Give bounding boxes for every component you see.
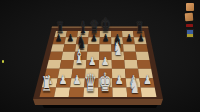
piece-white-bishop-c4[interactable]: ♝: [73, 48, 86, 68]
piece-white-pawn-f2[interactable]: ♟: [114, 74, 125, 86]
square-h1[interactable]: [141, 88, 157, 98]
piece-white-king-e1[interactable]: ♚: [97, 70, 113, 95]
square-h4[interactable]: [137, 60, 151, 69]
left-edge-dot: [2, 60, 4, 63]
square-a4[interactable]: [47, 60, 62, 69]
piece-white-pawn-c2[interactable]: ♟: [72, 74, 83, 86]
piece-white-knight-f5[interactable]: ♞: [112, 40, 124, 59]
square-h6[interactable]: [135, 44, 148, 52]
square-f1[interactable]: [112, 88, 127, 98]
panel-button-bottom-icon[interactable]: [185, 13, 194, 22]
piece-black-pawn-a7[interactable]: ♟: [54, 33, 63, 43]
piece-white-rook-a1[interactable]: ♜: [40, 75, 54, 96]
piece-white-pawn-b2[interactable]: ♟: [58, 74, 69, 86]
piece-black-pawn-d7[interactable]: ♟: [89, 33, 98, 43]
piece-white-pawn-e4[interactable]: ♟: [100, 56, 110, 67]
square-d6[interactable]: [87, 44, 99, 52]
red-indicator-icon[interactable]: [186, 24, 193, 27]
square-g4[interactable]: [124, 60, 138, 69]
square-b4[interactable]: [60, 60, 74, 69]
flag-bottom-stripe: [187, 34, 193, 37]
piece-black-pawn-h7[interactable]: ♟: [136, 33, 145, 43]
piece-black-pawn-e7[interactable]: ♟: [101, 33, 110, 43]
square-h5[interactable]: [136, 52, 150, 60]
piece-black-pawn-b7[interactable]: ♟: [66, 33, 75, 43]
piece-white-knight-g1[interactable]: ♞: [127, 73, 141, 95]
piece-white-pawn-d4[interactable]: ♟: [87, 56, 97, 67]
flag-icon[interactable]: [186, 29, 194, 38]
square-a5[interactable]: [49, 52, 63, 60]
square-g5[interactable]: [124, 52, 137, 60]
square-f4[interactable]: [112, 60, 125, 69]
square-a6[interactable]: [51, 44, 65, 52]
board-frame-front: [33, 99, 163, 105]
piece-black-pawn-g7[interactable]: ♟: [125, 33, 134, 43]
square-e6[interactable]: [99, 44, 111, 52]
piece-white-pawn-h2[interactable]: ♟: [142, 74, 153, 86]
square-g6[interactable]: [123, 44, 136, 52]
square-b1[interactable]: [54, 88, 70, 98]
panel-button-top-icon[interactable]: [186, 3, 194, 11]
game-scene: ♜♝♛♚♜♟♟♟♟♟♟♟♞♞♞♝♟♟♟♟♟♟♟♟♜♛♚♞: [0, 0, 200, 112]
